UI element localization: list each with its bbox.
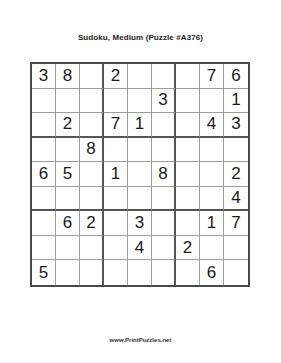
sudoku-cell-r5c4: 1 (104, 162, 128, 187)
sudoku-cell-r4c4 (104, 138, 128, 163)
sudoku-cell-r7c4 (104, 211, 128, 236)
sudoku-cell-r7c7 (176, 211, 200, 236)
sudoku-cell-r2c2 (56, 89, 80, 114)
sudoku-cell-r2c5 (128, 89, 152, 114)
sudoku-cell-r3c6 (152, 113, 176, 138)
sudoku-cell-r1c9: 6 (224, 64, 248, 89)
sudoku-cell-r8c4 (104, 236, 128, 261)
sudoku-cell-r6c3 (80, 187, 104, 212)
sudoku-cell-r2c9: 1 (224, 89, 248, 114)
sudoku-cell-r5c3 (80, 162, 104, 187)
sudoku-cell-r8c3 (80, 236, 104, 261)
sudoku-cell-r9c1: 5 (32, 260, 56, 285)
sudoku-cell-r2c1 (32, 89, 56, 114)
sudoku-cell-r9c7 (176, 260, 200, 285)
sudoku-cell-r9c9 (224, 260, 248, 285)
sudoku-cell-r3c5: 1 (128, 113, 152, 138)
sudoku-cell-r4c1 (32, 138, 56, 163)
sudoku-cell-r5c6: 8 (152, 162, 176, 187)
sudoku-cell-r4c7 (176, 138, 200, 163)
sudoku-cell-r5c9: 2 (224, 162, 248, 187)
sudoku-cell-r4c6 (152, 138, 176, 163)
sudoku-cell-r9c2 (56, 260, 80, 285)
sudoku-printable-page: Sudoku, Medium (Puzzle #A376) 3827631271… (0, 0, 281, 363)
sudoku-cell-r7c9: 7 (224, 211, 248, 236)
sudoku-cell-r6c1 (32, 187, 56, 212)
sudoku-cell-r6c8 (200, 187, 224, 212)
sudoku-cell-r5c7 (176, 162, 200, 187)
sudoku-cell-r5c1: 6 (32, 162, 56, 187)
sudoku-cell-r2c4 (104, 89, 128, 114)
sudoku-cell-r1c7 (176, 64, 200, 89)
sudoku-cell-r9c4 (104, 260, 128, 285)
sudoku-cell-r8c6 (152, 236, 176, 261)
sudoku-cell-r6c5 (128, 187, 152, 212)
sudoku-cell-r8c7: 2 (176, 236, 200, 261)
sudoku-cell-r6c4 (104, 187, 128, 212)
puzzle-title: Sudoku, Medium (Puzzle #A376) (0, 33, 281, 42)
sudoku-cell-r6c2 (56, 187, 80, 212)
sudoku-cell-r4c8 (200, 138, 224, 163)
sudoku-cell-r4c9 (224, 138, 248, 163)
sudoku-cell-r2c3 (80, 89, 104, 114)
sudoku-cell-r7c8: 1 (200, 211, 224, 236)
sudoku-cell-r9c8: 6 (200, 260, 224, 285)
sudoku-cell-r3c1 (32, 113, 56, 138)
sudoku-cell-r4c3: 8 (80, 138, 104, 163)
footer-url: www.PrintPuzzles.net (0, 337, 281, 343)
sudoku-cell-r8c2 (56, 236, 80, 261)
sudoku-cell-r8c8 (200, 236, 224, 261)
sudoku-cell-r7c6 (152, 211, 176, 236)
sudoku-cell-r1c6 (152, 64, 176, 89)
sudoku-cell-r2c8 (200, 89, 224, 114)
sudoku-cell-r6c9: 4 (224, 187, 248, 212)
sudoku-cell-r7c2: 6 (56, 211, 80, 236)
sudoku-cell-r8c5: 4 (128, 236, 152, 261)
sudoku-cell-r3c4: 7 (104, 113, 128, 138)
sudoku-cell-r7c3: 2 (80, 211, 104, 236)
sudoku-cell-r9c3 (80, 260, 104, 285)
sudoku-cell-r2c6: 3 (152, 89, 176, 114)
sudoku-cell-r2c7 (176, 89, 200, 114)
sudoku-cell-r1c4: 2 (104, 64, 128, 89)
sudoku-cell-r1c8: 7 (200, 64, 224, 89)
sudoku-grid: 3827631271438651824623174256 (30, 62, 250, 287)
sudoku-cell-r9c6 (152, 260, 176, 285)
sudoku-cell-r1c2: 8 (56, 64, 80, 89)
sudoku-cell-r1c1: 3 (32, 64, 56, 89)
sudoku-cell-r3c3 (80, 113, 104, 138)
sudoku-cell-r5c8 (200, 162, 224, 187)
sudoku-cell-r6c7 (176, 187, 200, 212)
sudoku-cell-r5c5 (128, 162, 152, 187)
sudoku-cell-r4c5 (128, 138, 152, 163)
sudoku-cell-r4c2 (56, 138, 80, 163)
sudoku-cell-r3c8: 4 (200, 113, 224, 138)
sudoku-cell-r3c2: 2 (56, 113, 80, 138)
sudoku-cell-r8c1 (32, 236, 56, 261)
sudoku-cell-r3c7 (176, 113, 200, 138)
sudoku-cell-r1c3 (80, 64, 104, 89)
sudoku-cell-r7c1 (32, 211, 56, 236)
sudoku-cell-r9c5 (128, 260, 152, 285)
sudoku-cell-r8c9 (224, 236, 248, 261)
sudoku-cell-r6c6 (152, 187, 176, 212)
sudoku-cell-r5c2: 5 (56, 162, 80, 187)
sudoku-cell-r1c5 (128, 64, 152, 89)
sudoku-cell-r7c5: 3 (128, 211, 152, 236)
sudoku-cell-r3c9: 3 (224, 113, 248, 138)
